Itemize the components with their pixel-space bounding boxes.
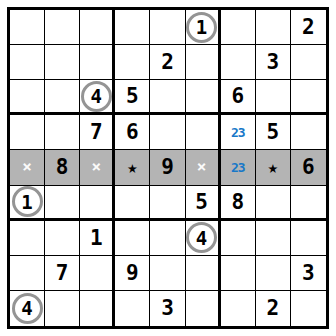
circle-annotation: 1 — [12, 186, 43, 217]
cell-r2c2[interactable] — [45, 45, 80, 80]
cell-r3c7[interactable]: 6 — [221, 80, 256, 115]
cell-r9c3[interactable] — [80, 291, 115, 326]
cell-r6c1[interactable]: 1 — [10, 186, 45, 221]
cell-r1c8[interactable] — [256, 10, 291, 45]
cell-r9c1[interactable]: 4 — [10, 291, 45, 326]
digit: 8 — [56, 155, 69, 179]
cross-icon: × — [197, 159, 207, 175]
digit: 5 — [195, 190, 208, 214]
cell-r2c6[interactable] — [186, 45, 221, 80]
cell-r8c1[interactable] — [10, 256, 45, 291]
digit: 3 — [266, 50, 279, 74]
cell-r8c7[interactable] — [221, 256, 256, 291]
cell-r3c3[interactable]: 4 — [80, 80, 115, 115]
cell-r4c2[interactable] — [45, 115, 80, 150]
cell-r9c6[interactable] — [186, 291, 221, 326]
cell-r9c7[interactable] — [221, 291, 256, 326]
cell-r9c9[interactable] — [291, 291, 326, 326]
cell-r4c5[interactable] — [150, 115, 185, 150]
cell-r3c2[interactable] — [45, 80, 80, 115]
cell-r4c1[interactable] — [10, 115, 45, 150]
cell-r5c6[interactable]: × — [186, 150, 221, 185]
cell-r3c8[interactable] — [256, 80, 291, 115]
cell-r6c6[interactable]: 5 — [186, 186, 221, 221]
cell-r2c9[interactable] — [291, 45, 326, 80]
digit: 9 — [161, 155, 174, 179]
cell-r8c8[interactable] — [256, 256, 291, 291]
cell-r7c4[interactable] — [115, 221, 150, 256]
cell-r3c1[interactable] — [10, 80, 45, 115]
cell-r8c6[interactable] — [186, 256, 221, 291]
cell-r5c5[interactable]: 9 — [150, 150, 185, 185]
sudoku-board: 122345676235×8×★9×23★615814793432 — [7, 7, 329, 329]
cell-r2c3[interactable] — [80, 45, 115, 80]
cell-r2c4[interactable] — [115, 45, 150, 80]
digit: 2 — [302, 15, 315, 39]
cell-r5c9[interactable]: 6 — [291, 150, 326, 185]
cell-r4c3[interactable]: 7 — [80, 115, 115, 150]
cell-r9c4[interactable] — [115, 291, 150, 326]
cell-r6c5[interactable] — [150, 186, 185, 221]
cell-r4c8[interactable]: 5 — [256, 115, 291, 150]
cell-r1c5[interactable] — [150, 10, 185, 45]
digit: 3 — [161, 296, 174, 320]
digit: 9 — [126, 261, 139, 285]
cell-r3c4[interactable]: 5 — [115, 80, 150, 115]
cell-r2c5[interactable]: 2 — [150, 45, 185, 80]
cell-r2c8[interactable]: 3 — [256, 45, 291, 80]
cell-r2c1[interactable] — [10, 45, 45, 80]
cell-r5c8[interactable]: ★ — [256, 150, 291, 185]
cell-r8c5[interactable] — [150, 256, 185, 291]
cell-r1c3[interactable] — [80, 10, 115, 45]
digit: 6 — [126, 120, 139, 144]
cell-r8c4[interactable]: 9 — [115, 256, 150, 291]
cell-r4c6[interactable] — [186, 115, 221, 150]
digit: 7 — [90, 120, 103, 144]
cell-r5c7[interactable]: 23 — [221, 150, 256, 185]
cell-r6c3[interactable] — [80, 186, 115, 221]
cell-r7c1[interactable] — [10, 221, 45, 256]
cell-r9c8[interactable]: 2 — [256, 291, 291, 326]
cross-icon: × — [91, 159, 101, 175]
cell-r3c9[interactable] — [291, 80, 326, 115]
cell-r7c7[interactable] — [221, 221, 256, 256]
cell-r1c4[interactable] — [115, 10, 150, 45]
cell-r7c2[interactable] — [45, 221, 80, 256]
cell-r1c9[interactable]: 2 — [291, 10, 326, 45]
cell-r7c8[interactable] — [256, 221, 291, 256]
star-icon: ★ — [127, 159, 137, 176]
star-icon: ★ — [268, 159, 278, 176]
cell-r4c4[interactable]: 6 — [115, 115, 150, 150]
digit: 8 — [231, 190, 244, 214]
cell-r1c7[interactable] — [221, 10, 256, 45]
cell-r7c5[interactable] — [150, 221, 185, 256]
digit: 3 — [302, 261, 315, 285]
cell-r9c2[interactable] — [45, 291, 80, 326]
digit: 2 — [161, 50, 174, 74]
cell-r1c1[interactable] — [10, 10, 45, 45]
cell-r7c9[interactable] — [291, 221, 326, 256]
cell-r8c2[interactable]: 7 — [45, 256, 80, 291]
cell-r5c1[interactable]: × — [10, 150, 45, 185]
cell-r7c6[interactable]: 4 — [186, 221, 221, 256]
cell-r3c5[interactable] — [150, 80, 185, 115]
digit: 1 — [90, 226, 103, 250]
cell-r9c5[interactable]: 3 — [150, 291, 185, 326]
cell-r1c2[interactable] — [45, 10, 80, 45]
cell-r7c3[interactable]: 1 — [80, 221, 115, 256]
cell-r6c4[interactable] — [115, 186, 150, 221]
cell-r6c9[interactable] — [291, 186, 326, 221]
cell-r6c2[interactable] — [45, 186, 80, 221]
digit: 5 — [126, 84, 139, 108]
cell-r3c6[interactable] — [186, 80, 221, 115]
digit: 6 — [231, 84, 244, 108]
digit: 6 — [302, 155, 315, 179]
cell-r1c6[interactable]: 1 — [186, 10, 221, 45]
circle-annotation: 4 — [186, 222, 217, 253]
circle-annotation: 4 — [81, 81, 112, 112]
cell-r8c3[interactable] — [80, 256, 115, 291]
cell-r2c7[interactable] — [221, 45, 256, 80]
candidate-digits: 23 — [231, 125, 245, 140]
cell-r4c9[interactable] — [291, 115, 326, 150]
cell-r5c3[interactable]: × — [80, 150, 115, 185]
cell-r6c7[interactable]: 8 — [221, 186, 256, 221]
cell-r5c2[interactable]: 8 — [45, 150, 80, 185]
digit: 2 — [266, 296, 279, 320]
cell-r6c8[interactable] — [256, 186, 291, 221]
circle-annotation: 1 — [186, 12, 217, 43]
digit: 5 — [266, 120, 279, 144]
cell-r4c7[interactable]: 23 — [221, 115, 256, 150]
cross-icon: × — [22, 159, 32, 175]
cell-r8c9[interactable]: 3 — [291, 256, 326, 291]
candidate-digits: 23 — [231, 160, 245, 175]
cell-r5c4[interactable]: ★ — [115, 150, 150, 185]
digit: 7 — [56, 261, 69, 285]
circle-annotation: 4 — [12, 293, 43, 324]
